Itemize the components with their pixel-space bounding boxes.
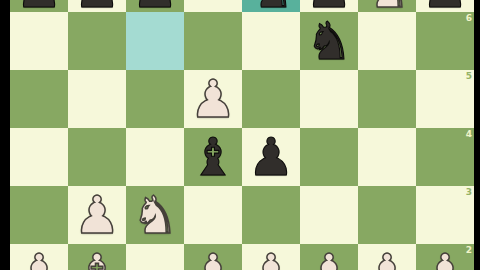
square-a4[interactable] [10, 128, 68, 186]
white-pawn[interactable]: ♟ [184, 244, 242, 270]
square-a2[interactable]: ♟ [10, 244, 68, 270]
square-c6[interactable] [126, 12, 184, 70]
white-pawn[interactable]: ♟ [184, 70, 242, 128]
white-pawn[interactable]: ♟ [68, 186, 126, 244]
square-b5[interactable] [68, 70, 126, 128]
white-pawn[interactable]: ♟ [242, 244, 300, 270]
chess-board[interactable]: ♟♟♟♞♟♞♟♞6♟5♝♟4♟♞3♟♝♟♟♟♟2♟ [10, 0, 474, 270]
square-h7[interactable]: ♟ [416, 0, 474, 12]
square-h3[interactable]: 3 [416, 186, 474, 244]
rank-label-5: 5 [466, 71, 472, 81]
square-f6[interactable]: ♞ [300, 12, 358, 70]
white-pawn[interactable]: ♟ [300, 244, 358, 270]
square-e7[interactable]: ♞ [242, 0, 300, 12]
white-pawn[interactable]: ♟ [358, 244, 416, 270]
square-d3[interactable] [184, 186, 242, 244]
square-h2[interactable]: 2♟ [416, 244, 474, 270]
square-e6[interactable] [242, 12, 300, 70]
square-a3[interactable] [10, 186, 68, 244]
square-g6[interactable] [358, 12, 416, 70]
square-g4[interactable] [358, 128, 416, 186]
square-d2[interactable]: ♟ [184, 244, 242, 270]
square-f3[interactable] [300, 186, 358, 244]
square-a7[interactable]: ♟ [10, 0, 68, 12]
square-b6[interactable] [68, 12, 126, 70]
rank-label-4: 4 [466, 129, 472, 139]
square-h4[interactable]: 4 [416, 128, 474, 186]
square-e4[interactable]: ♟ [242, 128, 300, 186]
square-e3[interactable] [242, 186, 300, 244]
video-frame: ♟♟♟♞♟♞♟♞6♟5♝♟4♟♞3♟♝♟♟♟♟2♟ [0, 0, 480, 270]
square-h5[interactable]: 5 [416, 70, 474, 128]
black-pawn[interactable]: ♟ [242, 128, 300, 186]
square-d5[interactable]: ♟ [184, 70, 242, 128]
square-d7[interactable] [184, 0, 242, 12]
square-a5[interactable] [10, 70, 68, 128]
square-f5[interactable] [300, 70, 358, 128]
white-pawn[interactable]: ♟ [416, 244, 474, 270]
square-g3[interactable] [358, 186, 416, 244]
square-g2[interactable]: ♟ [358, 244, 416, 270]
square-g7[interactable]: ♞ [358, 0, 416, 12]
square-f4[interactable] [300, 128, 358, 186]
rank-label-6: 6 [466, 13, 472, 23]
square-e2[interactable]: ♟ [242, 244, 300, 270]
letterbox-left [0, 0, 10, 270]
square-c3[interactable]: ♞ [126, 186, 184, 244]
square-c7[interactable]: ♟ [126, 0, 184, 12]
square-b4[interactable] [68, 128, 126, 186]
square-f2[interactable]: ♟ [300, 244, 358, 270]
black-bishop[interactable]: ♝ [184, 128, 242, 186]
white-pawn[interactable]: ♟ [10, 244, 68, 270]
square-b7[interactable]: ♟ [68, 0, 126, 12]
square-e5[interactable] [242, 70, 300, 128]
square-h6[interactable]: 6 [416, 12, 474, 70]
square-b3[interactable]: ♟ [68, 186, 126, 244]
black-knight[interactable]: ♞ [300, 12, 358, 70]
square-b2[interactable]: ♝ [68, 244, 126, 270]
square-d6[interactable] [184, 12, 242, 70]
white-knight[interactable]: ♞ [126, 186, 184, 244]
square-a6[interactable] [10, 12, 68, 70]
rank-label-3: 3 [466, 187, 472, 197]
square-g5[interactable] [358, 70, 416, 128]
square-d4[interactable]: ♝ [184, 128, 242, 186]
square-c2[interactable] [126, 244, 184, 270]
white-bishop[interactable]: ♝ [68, 244, 126, 270]
square-c5[interactable] [126, 70, 184, 128]
letterbox-right [474, 0, 480, 270]
square-c4[interactable] [126, 128, 184, 186]
